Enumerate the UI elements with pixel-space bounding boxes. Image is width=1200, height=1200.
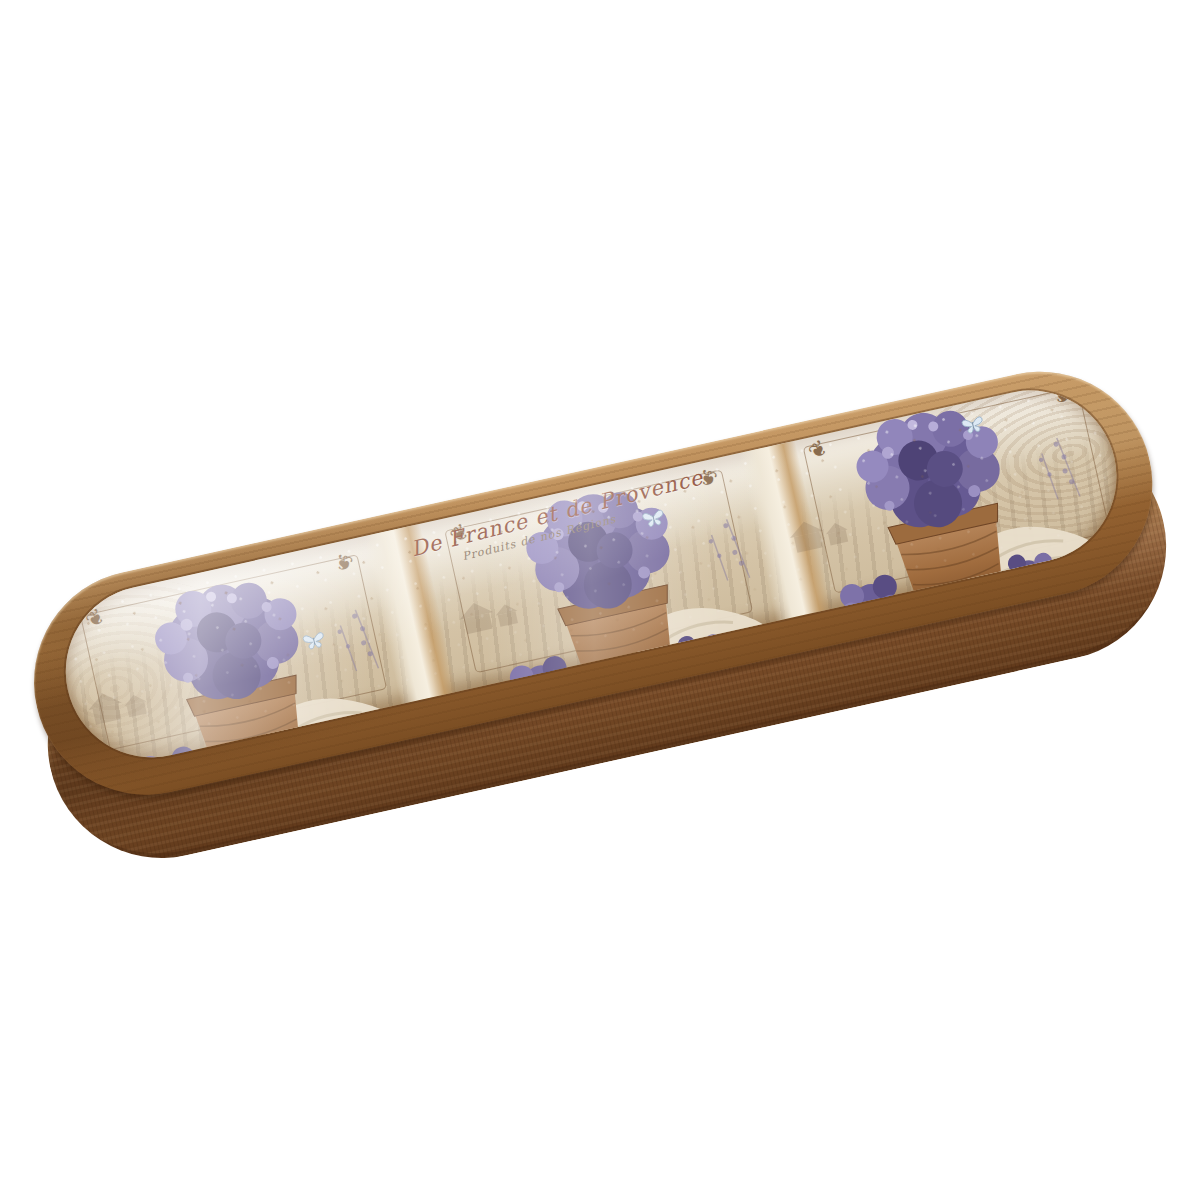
- product-photo: ❦ ❦ ❦ ❦ ❦ ❦ De France et de Provence Pro…: [0, 0, 1200, 1200]
- wooden-tray: ❦ ❦ ❦ ❦ ❦ ❦ De France et de Provence Pro…: [12, 350, 1187, 878]
